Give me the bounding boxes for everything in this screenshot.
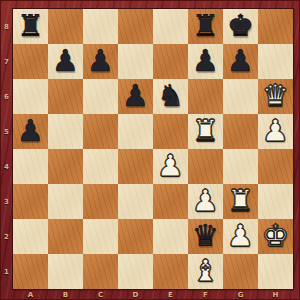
square-h5[interactable]: ♟ — [258, 114, 293, 149]
square-h2[interactable]: ♚ — [258, 219, 293, 254]
square-f7[interactable]: ♟ — [188, 44, 223, 79]
square-a1[interactable] — [13, 254, 48, 289]
square-f2[interactable]: ♛ — [188, 219, 223, 254]
black-rook-a8[interactable]: ♜ — [13, 9, 48, 44]
square-d2[interactable] — [118, 219, 153, 254]
white-bishop-f1[interactable]: ♝ — [188, 254, 223, 289]
black-king-g8[interactable]: ♚ — [223, 9, 258, 44]
square-d3[interactable] — [118, 184, 153, 219]
black-pawn-f7[interactable]: ♟ — [188, 44, 223, 79]
white-pawn-h5[interactable]: ♟ — [258, 114, 293, 149]
black-pawn-g7[interactable]: ♟ — [223, 44, 258, 79]
square-h4[interactable] — [258, 149, 293, 184]
square-e3[interactable] — [153, 184, 188, 219]
rank-label-7: 7 — [0, 44, 13, 79]
file-label-g: G — [223, 289, 258, 300]
square-e4[interactable]: ♟ — [153, 149, 188, 184]
black-pawn-d6[interactable]: ♟ — [118, 79, 153, 114]
rank-label-1: 1 — [0, 254, 13, 289]
file-label-h: H — [258, 289, 293, 300]
square-g8[interactable]: ♚ — [223, 9, 258, 44]
square-a3[interactable] — [13, 184, 48, 219]
square-d5[interactable] — [118, 114, 153, 149]
square-f3[interactable]: ♟ — [188, 184, 223, 219]
square-b7[interactable]: ♟ — [48, 44, 83, 79]
chess-board: ♜♜♚♟♟♟♟♟♞♛♟♜♟♟♟♜♛♟♚♝ — [13, 9, 293, 289]
black-rook-f8[interactable]: ♜ — [188, 9, 223, 44]
square-d6[interactable]: ♟ — [118, 79, 153, 114]
square-a2[interactable] — [13, 219, 48, 254]
white-rook-g3[interactable]: ♜ — [223, 184, 258, 219]
square-d4[interactable] — [118, 149, 153, 184]
square-a7[interactable] — [13, 44, 48, 79]
black-pawn-a5[interactable]: ♟ — [13, 114, 48, 149]
black-pawn-b7[interactable]: ♟ — [48, 44, 83, 79]
square-c5[interactable] — [83, 114, 118, 149]
square-e1[interactable] — [153, 254, 188, 289]
square-g3[interactable]: ♜ — [223, 184, 258, 219]
square-h7[interactable] — [258, 44, 293, 79]
square-b6[interactable] — [48, 79, 83, 114]
white-pawn-f3[interactable]: ♟ — [188, 184, 223, 219]
square-h8[interactable] — [258, 9, 293, 44]
square-b1[interactable] — [48, 254, 83, 289]
square-h1[interactable] — [258, 254, 293, 289]
rank-labels: 87654321 — [0, 9, 13, 289]
square-g4[interactable] — [223, 149, 258, 184]
white-queen-h6[interactable]: ♛ — [258, 79, 293, 114]
rank-label-5: 5 — [0, 114, 13, 149]
white-pawn-g2[interactable]: ♟ — [223, 219, 258, 254]
square-a6[interactable] — [13, 79, 48, 114]
square-e2[interactable] — [153, 219, 188, 254]
square-f5[interactable]: ♜ — [188, 114, 223, 149]
black-pawn-c7[interactable]: ♟ — [83, 44, 118, 79]
square-h3[interactable] — [258, 184, 293, 219]
square-e6[interactable]: ♞ — [153, 79, 188, 114]
square-c2[interactable] — [83, 219, 118, 254]
square-g6[interactable] — [223, 79, 258, 114]
white-pawn-e4[interactable]: ♟ — [153, 149, 188, 184]
file-label-d: D — [118, 289, 153, 300]
square-f6[interactable] — [188, 79, 223, 114]
square-d1[interactable] — [118, 254, 153, 289]
black-queen-f2[interactable]: ♛ — [188, 219, 223, 254]
square-g2[interactable]: ♟ — [223, 219, 258, 254]
file-label-f: F — [188, 289, 223, 300]
rank-label-8: 8 — [0, 9, 13, 44]
square-a4[interactable] — [13, 149, 48, 184]
black-knight-e6[interactable]: ♞ — [153, 79, 188, 114]
square-e7[interactable] — [153, 44, 188, 79]
square-b5[interactable] — [48, 114, 83, 149]
square-d8[interactable] — [118, 9, 153, 44]
file-label-b: B — [48, 289, 83, 300]
square-f8[interactable]: ♜ — [188, 9, 223, 44]
square-b3[interactable] — [48, 184, 83, 219]
rank-label-2: 2 — [0, 219, 13, 254]
rank-label-6: 6 — [0, 79, 13, 114]
square-g7[interactable]: ♟ — [223, 44, 258, 79]
square-g5[interactable] — [223, 114, 258, 149]
square-c8[interactable] — [83, 9, 118, 44]
square-c7[interactable]: ♟ — [83, 44, 118, 79]
square-g1[interactable] — [223, 254, 258, 289]
square-c6[interactable] — [83, 79, 118, 114]
rank-label-4: 4 — [0, 149, 13, 184]
square-a5[interactable]: ♟ — [13, 114, 48, 149]
square-a8[interactable]: ♜ — [13, 9, 48, 44]
square-h6[interactable]: ♛ — [258, 79, 293, 114]
square-b4[interactable] — [48, 149, 83, 184]
file-label-a: A — [13, 289, 48, 300]
file-label-e: E — [153, 289, 188, 300]
white-king-h2[interactable]: ♚ — [258, 219, 293, 254]
square-b2[interactable] — [48, 219, 83, 254]
square-e5[interactable] — [153, 114, 188, 149]
square-c4[interactable] — [83, 149, 118, 184]
white-rook-f5[interactable]: ♜ — [188, 114, 223, 149]
square-f1[interactable]: ♝ — [188, 254, 223, 289]
chess-board-frame: ♜♜♚♟♟♟♟♟♞♛♟♜♟♟♟♜♛♟♚♝ 87654321 ABCDEFGH — [0, 0, 300, 300]
square-c1[interactable] — [83, 254, 118, 289]
square-d7[interactable] — [118, 44, 153, 79]
file-labels: ABCDEFGH — [13, 289, 293, 300]
square-c3[interactable] — [83, 184, 118, 219]
square-b8[interactable] — [48, 9, 83, 44]
square-e8[interactable] — [153, 9, 188, 44]
rank-label-3: 3 — [0, 184, 13, 219]
file-label-c: C — [83, 289, 118, 300]
square-f4[interactable] — [188, 149, 223, 184]
